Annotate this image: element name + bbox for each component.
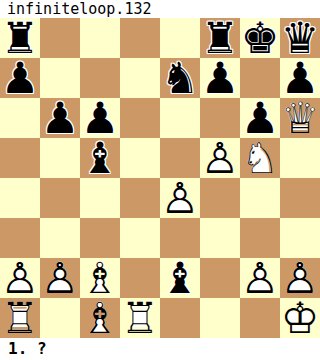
square-c1[interactable]: ♝♗ xyxy=(80,298,120,338)
black-pawn-icon: ♟ xyxy=(0,58,40,98)
square-b8[interactable] xyxy=(40,18,80,58)
square-g8[interactable]: ♚ xyxy=(240,18,280,58)
square-b4[interactable] xyxy=(40,178,80,218)
square-b1[interactable] xyxy=(40,298,80,338)
black-pawn-icon: ♟ xyxy=(80,98,120,138)
square-e4[interactable]: ♟♙ xyxy=(160,178,200,218)
square-a2[interactable]: ♟♙ xyxy=(0,258,40,298)
black-pawn-icon: ♟ xyxy=(280,58,320,98)
black-pawn-icon: ♟ xyxy=(40,98,80,138)
square-b7[interactable] xyxy=(40,58,80,98)
square-h1[interactable]: ♚♔ xyxy=(280,298,320,338)
square-e8[interactable] xyxy=(160,18,200,58)
white-pawn-icon: ♟♙ xyxy=(0,258,40,298)
square-e7[interactable]: ♞ xyxy=(160,58,200,98)
white-bishop-icon: ♝♗ xyxy=(80,298,120,338)
square-e3[interactable] xyxy=(160,218,200,258)
white-bishop-icon: ♝♗ xyxy=(80,258,120,298)
white-pawn-icon: ♟♙ xyxy=(40,258,80,298)
square-d7[interactable] xyxy=(120,58,160,98)
square-d1[interactable]: ♜♖ xyxy=(120,298,160,338)
square-h4[interactable] xyxy=(280,178,320,218)
black-queen-icon: ♛ xyxy=(280,18,320,58)
square-f6[interactable] xyxy=(200,98,240,138)
square-a4[interactable] xyxy=(0,178,40,218)
square-a7[interactable]: ♟ xyxy=(0,58,40,98)
square-a3[interactable] xyxy=(0,218,40,258)
square-f3[interactable] xyxy=(200,218,240,258)
square-b2[interactable]: ♟♙ xyxy=(40,258,80,298)
square-d2[interactable] xyxy=(120,258,160,298)
square-h8[interactable]: ♛ xyxy=(280,18,320,58)
square-g7[interactable] xyxy=(240,58,280,98)
square-g2[interactable]: ♟♙ xyxy=(240,258,280,298)
window-title: infiniteloop.132 xyxy=(0,0,320,18)
white-king-icon: ♚♔ xyxy=(280,298,320,338)
black-rook-icon: ♜ xyxy=(0,18,40,58)
square-c5[interactable]: ♝ xyxy=(80,138,120,178)
white-pawn-icon: ♟♙ xyxy=(240,258,280,298)
square-g1[interactable] xyxy=(240,298,280,338)
square-b6[interactable]: ♟ xyxy=(40,98,80,138)
square-f1[interactable] xyxy=(200,298,240,338)
square-e2[interactable]: ♝ xyxy=(160,258,200,298)
square-b3[interactable] xyxy=(40,218,80,258)
white-pawn-icon: ♟♙ xyxy=(280,258,320,298)
square-f5[interactable]: ♟♙ xyxy=(200,138,240,178)
square-d6[interactable] xyxy=(120,98,160,138)
white-pawn-icon: ♟♙ xyxy=(200,138,240,178)
white-queen-icon: ♛♕ xyxy=(280,98,320,138)
square-e6[interactable] xyxy=(160,98,200,138)
square-e1[interactable] xyxy=(160,298,200,338)
square-c7[interactable] xyxy=(80,58,120,98)
square-a1[interactable]: ♜♖ xyxy=(0,298,40,338)
black-king-icon: ♚ xyxy=(240,18,280,58)
black-knight-icon: ♞ xyxy=(160,58,200,98)
square-c6[interactable]: ♟ xyxy=(80,98,120,138)
white-knight-icon: ♞♘ xyxy=(240,138,280,178)
black-bishop-icon: ♝ xyxy=(160,258,200,298)
square-d8[interactable] xyxy=(120,18,160,58)
move-prompt: 1. ? xyxy=(0,338,320,360)
square-g3[interactable] xyxy=(240,218,280,258)
square-g5[interactable]: ♞♘ xyxy=(240,138,280,178)
square-f7[interactable]: ♟ xyxy=(200,58,240,98)
square-f8[interactable]: ♜ xyxy=(200,18,240,58)
square-d4[interactable] xyxy=(120,178,160,218)
square-f4[interactable] xyxy=(200,178,240,218)
square-a8[interactable]: ♜ xyxy=(0,18,40,58)
square-d5[interactable] xyxy=(120,138,160,178)
square-a5[interactable] xyxy=(0,138,40,178)
square-h3[interactable] xyxy=(280,218,320,258)
white-rook-icon: ♜♖ xyxy=(0,298,40,338)
black-bishop-icon: ♝ xyxy=(80,138,120,178)
black-pawn-icon: ♟ xyxy=(240,98,280,138)
square-h6[interactable]: ♛♕ xyxy=(280,98,320,138)
square-h2[interactable]: ♟♙ xyxy=(280,258,320,298)
square-g6[interactable]: ♟ xyxy=(240,98,280,138)
black-pawn-icon: ♟ xyxy=(200,58,240,98)
square-h7[interactable]: ♟ xyxy=(280,58,320,98)
square-g4[interactable] xyxy=(240,178,280,218)
square-a6[interactable] xyxy=(0,98,40,138)
square-f2[interactable] xyxy=(200,258,240,298)
black-rook-icon: ♜ xyxy=(200,18,240,58)
chess-board: ♜♜♚♛♟♞♟♟♟♟♟♛♕♝♟♙♞♘♟♙♟♙♟♙♝♗♝♟♙♟♙♜♖♝♗♜♖♚♔ xyxy=(0,18,320,338)
square-c3[interactable] xyxy=(80,218,120,258)
white-pawn-icon: ♟♙ xyxy=(160,178,200,218)
white-rook-icon: ♜♖ xyxy=(120,298,160,338)
square-c4[interactable] xyxy=(80,178,120,218)
square-c2[interactable]: ♝♗ xyxy=(80,258,120,298)
square-c8[interactable] xyxy=(80,18,120,58)
square-e5[interactable] xyxy=(160,138,200,178)
square-d3[interactable] xyxy=(120,218,160,258)
square-h5[interactable] xyxy=(280,138,320,178)
square-b5[interactable] xyxy=(40,138,80,178)
